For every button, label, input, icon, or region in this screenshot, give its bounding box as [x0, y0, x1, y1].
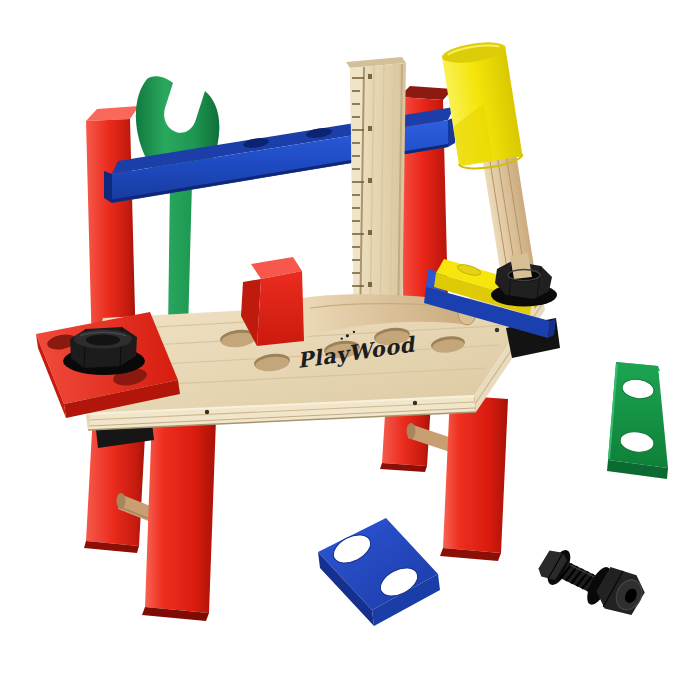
loose-plate-blue — [318, 518, 440, 626]
left-upright-post — [86, 106, 139, 352]
hammer-head — [241, 257, 304, 346]
mallet-head — [441, 39, 524, 172]
front-left-leg — [142, 415, 216, 621]
bench-screw — [495, 328, 499, 332]
ruler — [346, 57, 406, 328]
bolt-with-nut — [534, 535, 650, 623]
bench-screw — [205, 410, 209, 414]
front-right-leg — [440, 395, 508, 561]
product-photo: PlayWood — [0, 0, 700, 700]
loose-plate-green — [607, 362, 668, 479]
toy-workbench-illustration: PlayWood — [0, 0, 700, 700]
wrench — [136, 76, 220, 336]
bench-screw — [413, 401, 417, 405]
